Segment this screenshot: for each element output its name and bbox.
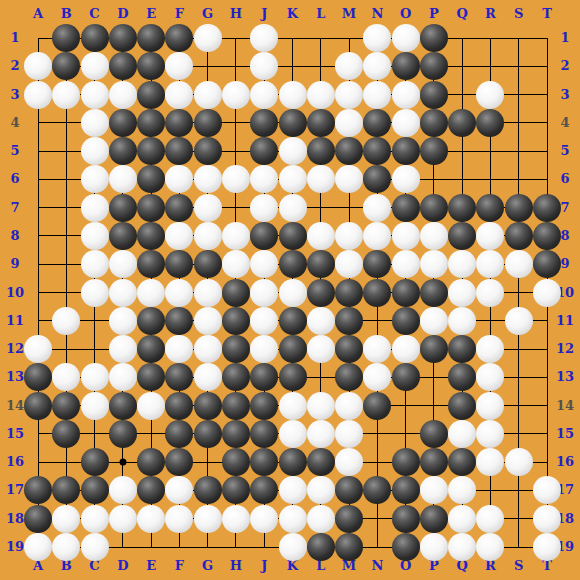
- black-stone: [222, 279, 250, 307]
- column-label-top: K: [280, 6, 306, 22]
- white-stone: [165, 279, 193, 307]
- white-stone: [335, 420, 363, 448]
- black-stone: [363, 476, 391, 504]
- white-stone: [109, 335, 137, 363]
- black-stone: [165, 109, 193, 137]
- white-stone: [194, 24, 222, 52]
- black-stone: [420, 81, 448, 109]
- white-stone: [363, 194, 391, 222]
- row-label-left: 8: [2, 228, 28, 244]
- white-stone: [52, 505, 80, 533]
- column-label-top: B: [53, 6, 79, 22]
- white-stone: [81, 363, 109, 391]
- column-label-top: O: [393, 6, 419, 22]
- white-stone: [307, 307, 335, 335]
- white-stone: [250, 279, 278, 307]
- white-stone: [420, 307, 448, 335]
- white-stone: [137, 505, 165, 533]
- white-stone: [533, 279, 561, 307]
- white-stone: [194, 505, 222, 533]
- black-stone: [335, 505, 363, 533]
- row-label-right: 15: [552, 426, 578, 442]
- white-stone: [476, 420, 504, 448]
- white-stone: [279, 165, 307, 193]
- white-stone: [222, 165, 250, 193]
- white-stone: [52, 307, 80, 335]
- white-stone: [392, 165, 420, 193]
- white-stone: [448, 250, 476, 278]
- row-label-right: 14: [552, 398, 578, 414]
- white-stone: [476, 448, 504, 476]
- black-stone: [250, 476, 278, 504]
- white-stone: [194, 81, 222, 109]
- white-stone: [109, 505, 137, 533]
- white-stone: [420, 476, 448, 504]
- black-stone: [335, 335, 363, 363]
- white-stone: [420, 222, 448, 250]
- row-label-left: 7: [2, 200, 28, 216]
- black-stone: [448, 109, 476, 137]
- black-stone: [194, 420, 222, 448]
- white-stone: [222, 222, 250, 250]
- white-stone: [448, 307, 476, 335]
- black-stone: [420, 420, 448, 448]
- black-stone: [533, 222, 561, 250]
- black-stone: [392, 194, 420, 222]
- column-label-bottom: G: [195, 558, 221, 574]
- white-stone: [194, 165, 222, 193]
- row-label-right: 1: [552, 30, 578, 46]
- white-stone: [250, 165, 278, 193]
- white-stone: [52, 533, 80, 561]
- white-stone: [335, 222, 363, 250]
- white-stone: [476, 533, 504, 561]
- black-stone: [392, 307, 420, 335]
- white-stone: [194, 335, 222, 363]
- white-stone: [81, 250, 109, 278]
- column-label-bottom: J: [251, 558, 277, 574]
- row-label-left: 15: [2, 426, 28, 442]
- white-stone: [81, 533, 109, 561]
- black-stone: [533, 194, 561, 222]
- black-stone: [137, 250, 165, 278]
- white-stone: [363, 363, 391, 391]
- white-stone: [165, 505, 193, 533]
- black-stone: [420, 109, 448, 137]
- row-label-right: 6: [552, 171, 578, 187]
- black-stone: [165, 194, 193, 222]
- black-stone: [165, 250, 193, 278]
- black-stone: [307, 279, 335, 307]
- black-stone: [81, 24, 109, 52]
- black-stone: [52, 392, 80, 420]
- black-stone: [307, 448, 335, 476]
- black-stone: [279, 222, 307, 250]
- black-stone: [392, 505, 420, 533]
- white-stone: [250, 81, 278, 109]
- white-stone: [194, 222, 222, 250]
- black-stone: [505, 222, 533, 250]
- black-stone: [363, 279, 391, 307]
- black-stone: [420, 448, 448, 476]
- white-stone: [476, 335, 504, 363]
- white-stone: [476, 505, 504, 533]
- row-label-left: 5: [2, 143, 28, 159]
- black-stone: [279, 109, 307, 137]
- white-stone: [279, 279, 307, 307]
- black-stone: [109, 392, 137, 420]
- white-stone: [81, 222, 109, 250]
- row-label-right: 3: [552, 87, 578, 103]
- black-stone: [335, 533, 363, 561]
- black-stone: [448, 335, 476, 363]
- black-stone: [448, 194, 476, 222]
- black-stone: [109, 24, 137, 52]
- white-stone: [52, 363, 80, 391]
- white-stone: [279, 137, 307, 165]
- white-stone: [307, 222, 335, 250]
- white-stone: [109, 165, 137, 193]
- column-label-top: P: [421, 6, 447, 22]
- black-stone: [137, 52, 165, 80]
- row-label-right: 13: [552, 369, 578, 385]
- column-label-top: G: [195, 6, 221, 22]
- black-stone: [279, 448, 307, 476]
- white-stone: [165, 81, 193, 109]
- white-stone: [24, 533, 52, 561]
- black-stone: [420, 335, 448, 363]
- column-label-top: R: [477, 6, 503, 22]
- row-label-left: 10: [2, 285, 28, 301]
- white-stone: [392, 250, 420, 278]
- white-stone: [448, 279, 476, 307]
- white-stone: [363, 335, 391, 363]
- black-stone: [363, 165, 391, 193]
- white-stone: [109, 307, 137, 335]
- white-stone: [24, 335, 52, 363]
- row-label-left: 11: [2, 313, 28, 329]
- black-stone: [307, 250, 335, 278]
- white-stone: [250, 335, 278, 363]
- black-stone: [81, 448, 109, 476]
- column-label-bottom: S: [506, 558, 532, 574]
- white-stone: [279, 476, 307, 504]
- white-stone: [448, 533, 476, 561]
- white-stone: [448, 505, 476, 533]
- black-stone: [137, 335, 165, 363]
- white-stone: [194, 279, 222, 307]
- white-stone: [250, 250, 278, 278]
- white-stone: [165, 476, 193, 504]
- white-stone: [420, 533, 448, 561]
- black-stone: [137, 137, 165, 165]
- black-stone: [137, 81, 165, 109]
- white-stone: [335, 52, 363, 80]
- black-stone: [137, 24, 165, 52]
- white-stone: [279, 420, 307, 448]
- white-stone: [250, 194, 278, 222]
- black-stone: [363, 392, 391, 420]
- black-stone: [392, 476, 420, 504]
- column-label-bottom: E: [138, 558, 164, 574]
- black-stone: [137, 194, 165, 222]
- white-stone: [81, 81, 109, 109]
- white-stone: [24, 81, 52, 109]
- black-stone: [335, 279, 363, 307]
- black-stone: [109, 222, 137, 250]
- black-stone: [194, 392, 222, 420]
- column-label-top: E: [138, 6, 164, 22]
- white-stone: [533, 505, 561, 533]
- black-stone: [335, 137, 363, 165]
- black-stone: [137, 476, 165, 504]
- column-label-bottom: H: [223, 558, 249, 574]
- black-stone: [109, 194, 137, 222]
- row-label-right: 2: [552, 58, 578, 74]
- black-stone: [420, 505, 448, 533]
- black-stone: [165, 448, 193, 476]
- black-stone: [279, 250, 307, 278]
- white-stone: [363, 81, 391, 109]
- white-stone: [335, 81, 363, 109]
- row-label-left: 6: [2, 171, 28, 187]
- column-label-bottom: N: [364, 558, 390, 574]
- black-stone: [392, 448, 420, 476]
- white-stone: [165, 222, 193, 250]
- black-stone: [363, 137, 391, 165]
- black-stone: [307, 533, 335, 561]
- black-stone: [52, 420, 80, 448]
- column-label-bottom: D: [110, 558, 136, 574]
- white-stone: [165, 335, 193, 363]
- black-stone: [420, 137, 448, 165]
- black-stone: [137, 222, 165, 250]
- black-stone: [222, 392, 250, 420]
- white-stone: [137, 392, 165, 420]
- column-label-top: N: [364, 6, 390, 22]
- white-stone: [222, 250, 250, 278]
- white-stone: [533, 476, 561, 504]
- black-stone: [194, 250, 222, 278]
- black-stone: [222, 363, 250, 391]
- white-stone: [109, 279, 137, 307]
- white-stone: [81, 392, 109, 420]
- white-stone: [448, 420, 476, 448]
- white-stone: [109, 476, 137, 504]
- black-stone: [165, 392, 193, 420]
- black-stone: [194, 137, 222, 165]
- black-stone: [165, 363, 193, 391]
- row-label-right: 11: [552, 313, 578, 329]
- white-stone: [392, 109, 420, 137]
- row-label-left: 9: [2, 256, 28, 272]
- black-stone: [392, 533, 420, 561]
- black-stone: [52, 476, 80, 504]
- white-stone: [109, 81, 137, 109]
- white-stone: [279, 81, 307, 109]
- column-label-top: F: [166, 6, 192, 22]
- black-stone: [52, 24, 80, 52]
- black-stone: [109, 109, 137, 137]
- column-label-top: C: [82, 6, 108, 22]
- white-stone: [81, 165, 109, 193]
- black-stone: [165, 420, 193, 448]
- white-stone: [335, 165, 363, 193]
- white-stone: [279, 194, 307, 222]
- white-stone: [476, 81, 504, 109]
- white-stone: [279, 533, 307, 561]
- white-stone: [307, 165, 335, 193]
- white-stone: [81, 194, 109, 222]
- white-stone: [307, 81, 335, 109]
- star-point: [119, 459, 126, 466]
- row-label-left: 4: [2, 115, 28, 131]
- black-stone: [165, 137, 193, 165]
- white-stone: [109, 250, 137, 278]
- black-stone: [109, 420, 137, 448]
- black-stone: [24, 363, 52, 391]
- column-label-top: L: [308, 6, 334, 22]
- black-stone: [137, 307, 165, 335]
- white-stone: [81, 505, 109, 533]
- white-stone: [222, 505, 250, 533]
- white-stone: [279, 392, 307, 420]
- black-stone: [24, 505, 52, 533]
- column-label-bottom: F: [166, 558, 192, 574]
- black-stone: [392, 279, 420, 307]
- column-label-top: Q: [449, 6, 475, 22]
- grid-line: [66, 38, 67, 548]
- white-stone: [24, 52, 52, 80]
- column-label-top: D: [110, 6, 136, 22]
- white-stone: [81, 279, 109, 307]
- column-label-top: J: [251, 6, 277, 22]
- black-stone: [137, 363, 165, 391]
- black-stone: [363, 250, 391, 278]
- white-stone: [250, 24, 278, 52]
- black-stone: [250, 420, 278, 448]
- black-stone: [222, 448, 250, 476]
- black-stone: [137, 165, 165, 193]
- black-stone: [448, 222, 476, 250]
- white-stone: [279, 505, 307, 533]
- white-stone: [335, 109, 363, 137]
- black-stone: [392, 363, 420, 391]
- go-board[interactable]: AABBCCDDEEFFGGHHJJKKLLMMNNOOPPQQRRSSTT11…: [0, 0, 580, 580]
- black-stone: [109, 137, 137, 165]
- black-stone: [222, 307, 250, 335]
- black-stone: [420, 52, 448, 80]
- white-stone: [307, 505, 335, 533]
- white-stone: [307, 476, 335, 504]
- black-stone: [279, 307, 307, 335]
- white-stone: [307, 420, 335, 448]
- white-stone: [363, 24, 391, 52]
- column-label-top: S: [506, 6, 532, 22]
- black-stone: [222, 335, 250, 363]
- white-stone: [505, 307, 533, 335]
- white-stone: [307, 335, 335, 363]
- white-stone: [222, 81, 250, 109]
- black-stone: [24, 392, 52, 420]
- black-stone: [165, 24, 193, 52]
- row-label-left: 16: [2, 454, 28, 470]
- white-stone: [505, 448, 533, 476]
- white-stone: [448, 476, 476, 504]
- white-stone: [392, 81, 420, 109]
- white-stone: [81, 52, 109, 80]
- white-stone: [476, 279, 504, 307]
- black-stone: [335, 307, 363, 335]
- black-stone: [250, 448, 278, 476]
- row-label-right: 12: [552, 341, 578, 357]
- white-stone: [250, 307, 278, 335]
- black-stone: [52, 52, 80, 80]
- black-stone: [137, 109, 165, 137]
- black-stone: [392, 52, 420, 80]
- white-stone: [335, 392, 363, 420]
- black-stone: [448, 363, 476, 391]
- white-stone: [81, 109, 109, 137]
- black-stone: [81, 476, 109, 504]
- white-stone: [194, 307, 222, 335]
- white-stone: [250, 505, 278, 533]
- white-stone: [81, 137, 109, 165]
- black-stone: [448, 448, 476, 476]
- black-stone: [420, 279, 448, 307]
- black-stone: [250, 109, 278, 137]
- white-stone: [476, 250, 504, 278]
- black-stone: [137, 448, 165, 476]
- black-stone: [307, 137, 335, 165]
- column-label-top: M: [336, 6, 362, 22]
- column-label-top: H: [223, 6, 249, 22]
- white-stone: [392, 222, 420, 250]
- black-stone: [250, 222, 278, 250]
- black-stone: [363, 109, 391, 137]
- white-stone: [335, 250, 363, 278]
- white-stone: [392, 335, 420, 363]
- white-stone: [194, 194, 222, 222]
- black-stone: [505, 194, 533, 222]
- black-stone: [165, 307, 193, 335]
- black-stone: [250, 137, 278, 165]
- column-label-top: T: [534, 6, 560, 22]
- black-stone: [279, 363, 307, 391]
- row-label-left: 1: [2, 30, 28, 46]
- black-stone: [420, 194, 448, 222]
- row-label-right: 5: [552, 143, 578, 159]
- black-stone: [24, 476, 52, 504]
- black-stone: [335, 476, 363, 504]
- black-stone: [250, 363, 278, 391]
- black-stone: [222, 420, 250, 448]
- white-stone: [420, 250, 448, 278]
- black-stone: [109, 52, 137, 80]
- black-stone: [279, 335, 307, 363]
- black-stone: [194, 109, 222, 137]
- white-stone: [165, 165, 193, 193]
- black-stone: [533, 250, 561, 278]
- black-stone: [335, 363, 363, 391]
- black-stone: [392, 137, 420, 165]
- white-stone: [137, 279, 165, 307]
- white-stone: [476, 392, 504, 420]
- white-stone: [363, 222, 391, 250]
- grid-line: [38, 38, 39, 548]
- column-label-top: A: [25, 6, 51, 22]
- black-stone: [448, 392, 476, 420]
